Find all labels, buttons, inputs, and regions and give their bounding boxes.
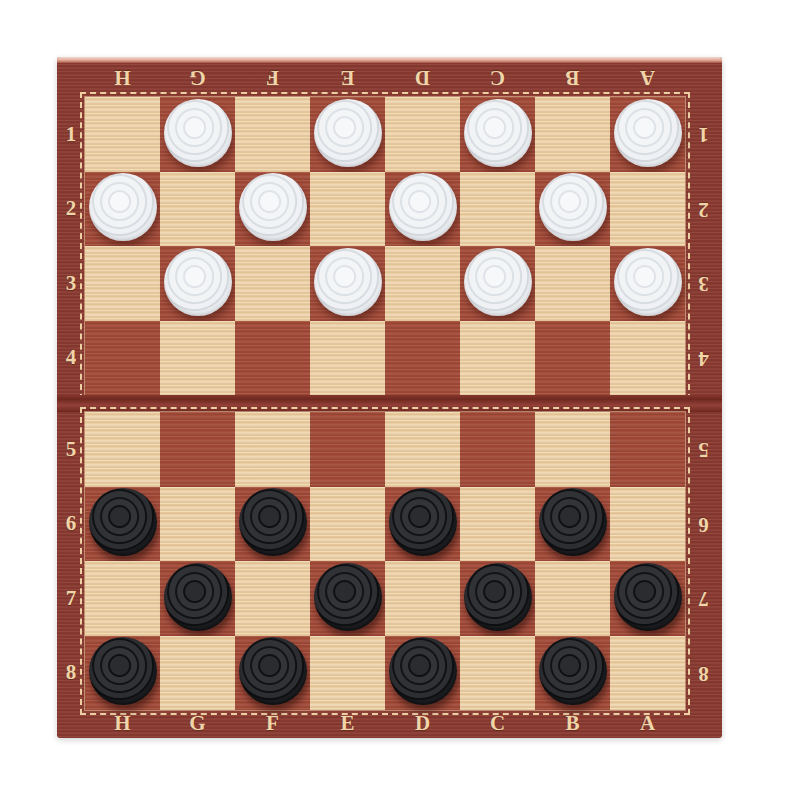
ranks-right-top-label: 1 bbox=[685, 97, 722, 172]
square-d5[interactable] bbox=[385, 412, 460, 487]
white-piece-e1[interactable] bbox=[314, 99, 382, 167]
square-a7[interactable] bbox=[610, 561, 685, 636]
square-c5[interactable] bbox=[460, 412, 535, 487]
square-e8[interactable] bbox=[310, 636, 385, 711]
black-piece-f8[interactable] bbox=[239, 637, 307, 705]
files-bottom-label: B bbox=[535, 713, 610, 734]
square-a5[interactable] bbox=[610, 412, 685, 487]
files-top-label: C bbox=[460, 67, 535, 88]
square-d7[interactable] bbox=[385, 561, 460, 636]
square-b5[interactable] bbox=[535, 412, 610, 487]
files-bottom-label: G bbox=[160, 713, 235, 734]
square-d3[interactable] bbox=[385, 246, 460, 321]
square-a8[interactable] bbox=[610, 636, 685, 711]
square-g1[interactable] bbox=[160, 97, 235, 172]
square-g8[interactable] bbox=[160, 636, 235, 711]
white-piece-f2[interactable] bbox=[239, 173, 307, 241]
square-f1[interactable] bbox=[235, 97, 310, 172]
ranks-left-bottom-label: 6 bbox=[57, 487, 85, 562]
square-g3[interactable] bbox=[160, 246, 235, 321]
square-b6[interactable] bbox=[535, 487, 610, 562]
files-top-label: E bbox=[310, 67, 385, 88]
ranks-left-bottom-label: 5 bbox=[57, 412, 85, 487]
square-a6[interactable] bbox=[610, 487, 685, 562]
square-e3[interactable] bbox=[310, 246, 385, 321]
files-bottom-label: C bbox=[460, 713, 535, 734]
square-d8[interactable] bbox=[385, 636, 460, 711]
square-f2[interactable] bbox=[235, 172, 310, 247]
square-h4[interactable] bbox=[85, 321, 160, 396]
square-c4[interactable] bbox=[460, 321, 535, 396]
ranks-left-top-label: 2 bbox=[57, 172, 85, 247]
board-photo: HGFEDCBA 1234 1234 5678 5678 HGFEDCBA bbox=[0, 0, 800, 800]
square-e6[interactable] bbox=[310, 487, 385, 562]
square-h6[interactable] bbox=[85, 487, 160, 562]
square-b3[interactable] bbox=[535, 246, 610, 321]
square-a3[interactable] bbox=[610, 246, 685, 321]
square-d6[interactable] bbox=[385, 487, 460, 562]
square-f3[interactable] bbox=[235, 246, 310, 321]
square-b2[interactable] bbox=[535, 172, 610, 247]
square-b7[interactable] bbox=[535, 561, 610, 636]
square-b1[interactable] bbox=[535, 97, 610, 172]
white-piece-e3[interactable] bbox=[314, 248, 382, 316]
square-h1[interactable] bbox=[85, 97, 160, 172]
square-a1[interactable] bbox=[610, 97, 685, 172]
square-a2[interactable] bbox=[610, 172, 685, 247]
square-e7[interactable] bbox=[310, 561, 385, 636]
square-g4[interactable] bbox=[160, 321, 235, 396]
square-f6[interactable] bbox=[235, 487, 310, 562]
ranks-left-bottom-label: 7 bbox=[57, 561, 85, 636]
ranks-right-top-label: 4 bbox=[685, 321, 722, 396]
square-e2[interactable] bbox=[310, 172, 385, 247]
files-top-label: G bbox=[160, 67, 235, 88]
square-g7[interactable] bbox=[160, 561, 235, 636]
file-labels-bottom: HGFEDCBA bbox=[85, 708, 685, 738]
black-piece-d8[interactable] bbox=[389, 637, 457, 705]
ranks-right-top-label: 2 bbox=[685, 172, 722, 247]
square-c3[interactable] bbox=[460, 246, 535, 321]
files-bottom-label: F bbox=[235, 713, 310, 734]
square-c7[interactable] bbox=[460, 561, 535, 636]
files-top-label: F bbox=[235, 67, 310, 88]
square-a4[interactable] bbox=[610, 321, 685, 396]
board-bottom-half bbox=[85, 412, 685, 710]
square-f7[interactable] bbox=[235, 561, 310, 636]
square-b8[interactable] bbox=[535, 636, 610, 711]
rank-labels-right-bottom: 5678 bbox=[685, 412, 722, 710]
square-h5[interactable] bbox=[85, 412, 160, 487]
square-c1[interactable] bbox=[460, 97, 535, 172]
square-f4[interactable] bbox=[235, 321, 310, 396]
black-piece-b6[interactable] bbox=[539, 488, 607, 556]
checkers-board: HGFEDCBA 1234 1234 5678 5678 HGFEDCBA bbox=[57, 57, 722, 738]
square-d4[interactable] bbox=[385, 321, 460, 396]
square-f8[interactable] bbox=[235, 636, 310, 711]
ranks-left-top-label: 3 bbox=[57, 246, 85, 321]
board-fold-seam bbox=[57, 395, 722, 412]
files-bottom-label: A bbox=[610, 713, 685, 734]
square-f5[interactable] bbox=[235, 412, 310, 487]
white-piece-d2[interactable] bbox=[389, 173, 457, 241]
files-top-label: A bbox=[610, 67, 685, 88]
ranks-right-bottom-label: 8 bbox=[685, 636, 722, 711]
rank-labels-left-bottom: 5678 bbox=[57, 412, 85, 710]
square-d1[interactable] bbox=[385, 97, 460, 172]
white-piece-g1[interactable] bbox=[164, 99, 232, 167]
black-piece-b8[interactable] bbox=[539, 637, 607, 705]
files-top-label: B bbox=[535, 67, 610, 88]
files-top-label: D bbox=[385, 67, 460, 88]
black-piece-a7[interactable] bbox=[614, 563, 682, 631]
white-piece-h2[interactable] bbox=[89, 173, 157, 241]
files-bottom-label: D bbox=[385, 713, 460, 734]
black-piece-g7[interactable] bbox=[164, 563, 232, 631]
black-piece-d6[interactable] bbox=[389, 488, 457, 556]
rank-labels-right-top: 1234 bbox=[685, 97, 722, 395]
square-h3[interactable] bbox=[85, 246, 160, 321]
board-top-half bbox=[85, 97, 685, 395]
square-b4[interactable] bbox=[535, 321, 610, 396]
square-h8[interactable] bbox=[85, 636, 160, 711]
ranks-right-bottom-label: 5 bbox=[685, 412, 722, 487]
ranks-right-top-label: 3 bbox=[685, 246, 722, 321]
square-h2[interactable] bbox=[85, 172, 160, 247]
square-c6[interactable] bbox=[460, 487, 535, 562]
square-e4[interactable] bbox=[310, 321, 385, 396]
files-bottom-label: H bbox=[85, 713, 160, 734]
ranks-left-top-label: 1 bbox=[57, 97, 85, 172]
ranks-left-bottom-label: 8 bbox=[57, 636, 85, 711]
ranks-left-top-label: 4 bbox=[57, 321, 85, 396]
square-h7[interactable] bbox=[85, 561, 160, 636]
black-piece-h6[interactable] bbox=[89, 488, 157, 556]
square-e1[interactable] bbox=[310, 97, 385, 172]
files-top-label: H bbox=[85, 67, 160, 88]
ranks-right-bottom-label: 6 bbox=[685, 487, 722, 562]
square-e5[interactable] bbox=[310, 412, 385, 487]
black-piece-f6[interactable] bbox=[239, 488, 307, 556]
rank-labels-left-top: 1234 bbox=[57, 97, 85, 395]
white-piece-c3[interactable] bbox=[464, 248, 532, 316]
square-d2[interactable] bbox=[385, 172, 460, 247]
black-piece-c7[interactable] bbox=[464, 563, 532, 631]
white-piece-c1[interactable] bbox=[464, 99, 532, 167]
white-piece-g3[interactable] bbox=[164, 248, 232, 316]
white-piece-a3[interactable] bbox=[614, 248, 682, 316]
white-piece-a1[interactable] bbox=[614, 99, 682, 167]
square-g6[interactable] bbox=[160, 487, 235, 562]
files-bottom-label: E bbox=[310, 713, 385, 734]
black-piece-e7[interactable] bbox=[314, 563, 382, 631]
square-c8[interactable] bbox=[460, 636, 535, 711]
square-g2[interactable] bbox=[160, 172, 235, 247]
white-piece-b2[interactable] bbox=[539, 173, 607, 241]
square-c2[interactable] bbox=[460, 172, 535, 247]
square-g5[interactable] bbox=[160, 412, 235, 487]
black-piece-h8[interactable] bbox=[89, 637, 157, 705]
ranks-right-bottom-label: 7 bbox=[685, 561, 722, 636]
file-labels-top: HGFEDCBA bbox=[85, 62, 685, 92]
